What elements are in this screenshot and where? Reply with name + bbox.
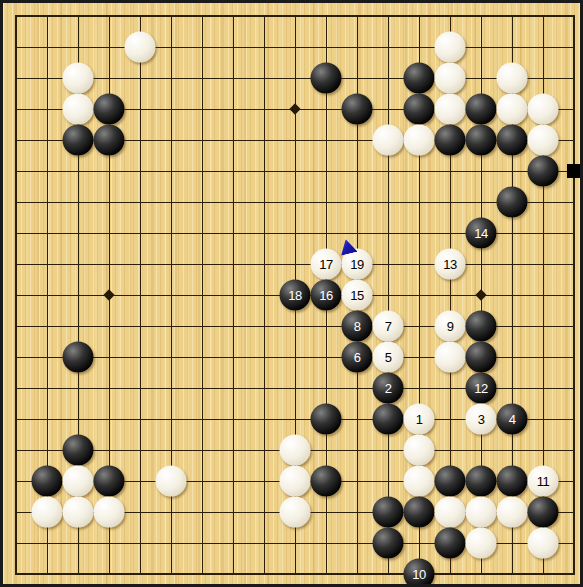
stone-black[interactable]: 8 bbox=[342, 311, 373, 342]
stone-white[interactable] bbox=[280, 435, 311, 466]
star-point bbox=[103, 289, 114, 300]
stone-black[interactable] bbox=[373, 528, 404, 559]
stone-white[interactable] bbox=[528, 125, 559, 156]
star-point bbox=[289, 103, 300, 114]
square-marker bbox=[567, 164, 581, 178]
move-number: 13 bbox=[443, 258, 456, 271]
stone-black[interactable]: 10 bbox=[404, 559, 435, 587]
stone-white[interactable]: 11 bbox=[528, 466, 559, 497]
stone-black[interactable] bbox=[497, 466, 528, 497]
stone-black[interactable] bbox=[528, 156, 559, 187]
grid-line bbox=[15, 573, 575, 575]
stone-black[interactable] bbox=[63, 342, 94, 373]
stone-white[interactable] bbox=[466, 528, 497, 559]
stone-white[interactable] bbox=[497, 63, 528, 94]
stone-black[interactable]: 14 bbox=[466, 218, 497, 249]
stone-white[interactable] bbox=[497, 94, 528, 125]
move-number: 11 bbox=[537, 475, 550, 488]
grid-line bbox=[388, 15, 389, 575]
stone-white[interactable]: 3 bbox=[466, 404, 497, 435]
stone-black[interactable] bbox=[466, 125, 497, 156]
stone-black[interactable] bbox=[94, 94, 125, 125]
stone-black[interactable]: 12 bbox=[466, 373, 497, 404]
move-number: 18 bbox=[288, 289, 301, 302]
stone-white[interactable] bbox=[404, 466, 435, 497]
stone-white[interactable] bbox=[63, 63, 94, 94]
move-number: 5 bbox=[385, 351, 392, 364]
stone-black[interactable] bbox=[435, 466, 466, 497]
go-board: 14171913181615879652121341110 bbox=[0, 0, 583, 587]
move-number: 8 bbox=[354, 320, 361, 333]
stone-white[interactable] bbox=[435, 63, 466, 94]
stone-black[interactable] bbox=[311, 404, 342, 435]
stone-white[interactable] bbox=[32, 497, 63, 528]
stone-white[interactable]: 17 bbox=[311, 249, 342, 280]
stone-black[interactable] bbox=[94, 125, 125, 156]
move-number: 17 bbox=[319, 258, 332, 271]
stone-white[interactable] bbox=[435, 497, 466, 528]
stone-black[interactable] bbox=[32, 466, 63, 497]
stone-black[interactable] bbox=[311, 63, 342, 94]
stone-black[interactable] bbox=[63, 435, 94, 466]
stone-black[interactable] bbox=[404, 63, 435, 94]
stone-black[interactable] bbox=[466, 94, 497, 125]
stone-white[interactable] bbox=[404, 125, 435, 156]
stone-black[interactable] bbox=[435, 125, 466, 156]
move-number: 2 bbox=[385, 382, 392, 395]
move-number: 15 bbox=[350, 289, 363, 302]
move-number: 10 bbox=[412, 568, 425, 581]
stone-white[interactable] bbox=[528, 94, 559, 125]
stone-white[interactable]: 9 bbox=[435, 311, 466, 342]
stone-white[interactable] bbox=[404, 435, 435, 466]
move-number: 19 bbox=[350, 258, 363, 271]
grid-line bbox=[573, 15, 575, 575]
stone-white[interactable] bbox=[466, 497, 497, 528]
stone-white[interactable] bbox=[280, 466, 311, 497]
stone-white[interactable] bbox=[280, 497, 311, 528]
stone-black[interactable]: 2 bbox=[373, 373, 404, 404]
move-number: 14 bbox=[474, 227, 487, 240]
stone-black[interactable] bbox=[497, 187, 528, 218]
stone-black[interactable] bbox=[528, 497, 559, 528]
stone-black[interactable]: 18 bbox=[280, 280, 311, 311]
move-number: 1 bbox=[416, 413, 423, 426]
stone-white[interactable] bbox=[156, 466, 187, 497]
stone-black[interactable]: 16 bbox=[311, 280, 342, 311]
stone-white[interactable] bbox=[497, 497, 528, 528]
move-number: 6 bbox=[354, 351, 361, 364]
stone-white[interactable] bbox=[94, 497, 125, 528]
move-number: 9 bbox=[447, 320, 454, 333]
stone-white[interactable] bbox=[373, 125, 404, 156]
stone-black[interactable] bbox=[497, 125, 528, 156]
stone-white[interactable] bbox=[125, 32, 156, 63]
move-number: 16 bbox=[319, 289, 332, 302]
stone-white[interactable] bbox=[528, 528, 559, 559]
stone-white[interactable]: 15 bbox=[342, 280, 373, 311]
stone-white[interactable]: 1 bbox=[404, 404, 435, 435]
stone-black[interactable] bbox=[466, 466, 497, 497]
stone-black[interactable] bbox=[404, 94, 435, 125]
stone-black[interactable] bbox=[342, 94, 373, 125]
stone-black[interactable]: 4 bbox=[497, 404, 528, 435]
stone-black[interactable] bbox=[311, 466, 342, 497]
stone-white[interactable]: 13 bbox=[435, 249, 466, 280]
stone-white[interactable] bbox=[435, 94, 466, 125]
stone-black[interactable]: 6 bbox=[342, 342, 373, 373]
stone-white[interactable]: 7 bbox=[373, 311, 404, 342]
stone-white[interactable]: 5 bbox=[373, 342, 404, 373]
stone-black[interactable] bbox=[404, 497, 435, 528]
stone-white[interactable] bbox=[63, 497, 94, 528]
move-number: 12 bbox=[474, 382, 487, 395]
stone-white[interactable] bbox=[63, 94, 94, 125]
move-number: 7 bbox=[385, 320, 392, 333]
stone-white[interactable] bbox=[435, 342, 466, 373]
stone-black[interactable] bbox=[373, 497, 404, 528]
stone-white[interactable] bbox=[63, 466, 94, 497]
stone-black[interactable] bbox=[63, 125, 94, 156]
move-number: 4 bbox=[509, 413, 516, 426]
star-point bbox=[475, 289, 486, 300]
stone-black[interactable] bbox=[94, 466, 125, 497]
stone-black[interactable] bbox=[466, 342, 497, 373]
stone-black[interactable] bbox=[466, 311, 497, 342]
stone-white[interactable] bbox=[435, 32, 466, 63]
stone-black[interactable] bbox=[435, 528, 466, 559]
stone-black[interactable] bbox=[373, 404, 404, 435]
move-number: 3 bbox=[478, 413, 485, 426]
